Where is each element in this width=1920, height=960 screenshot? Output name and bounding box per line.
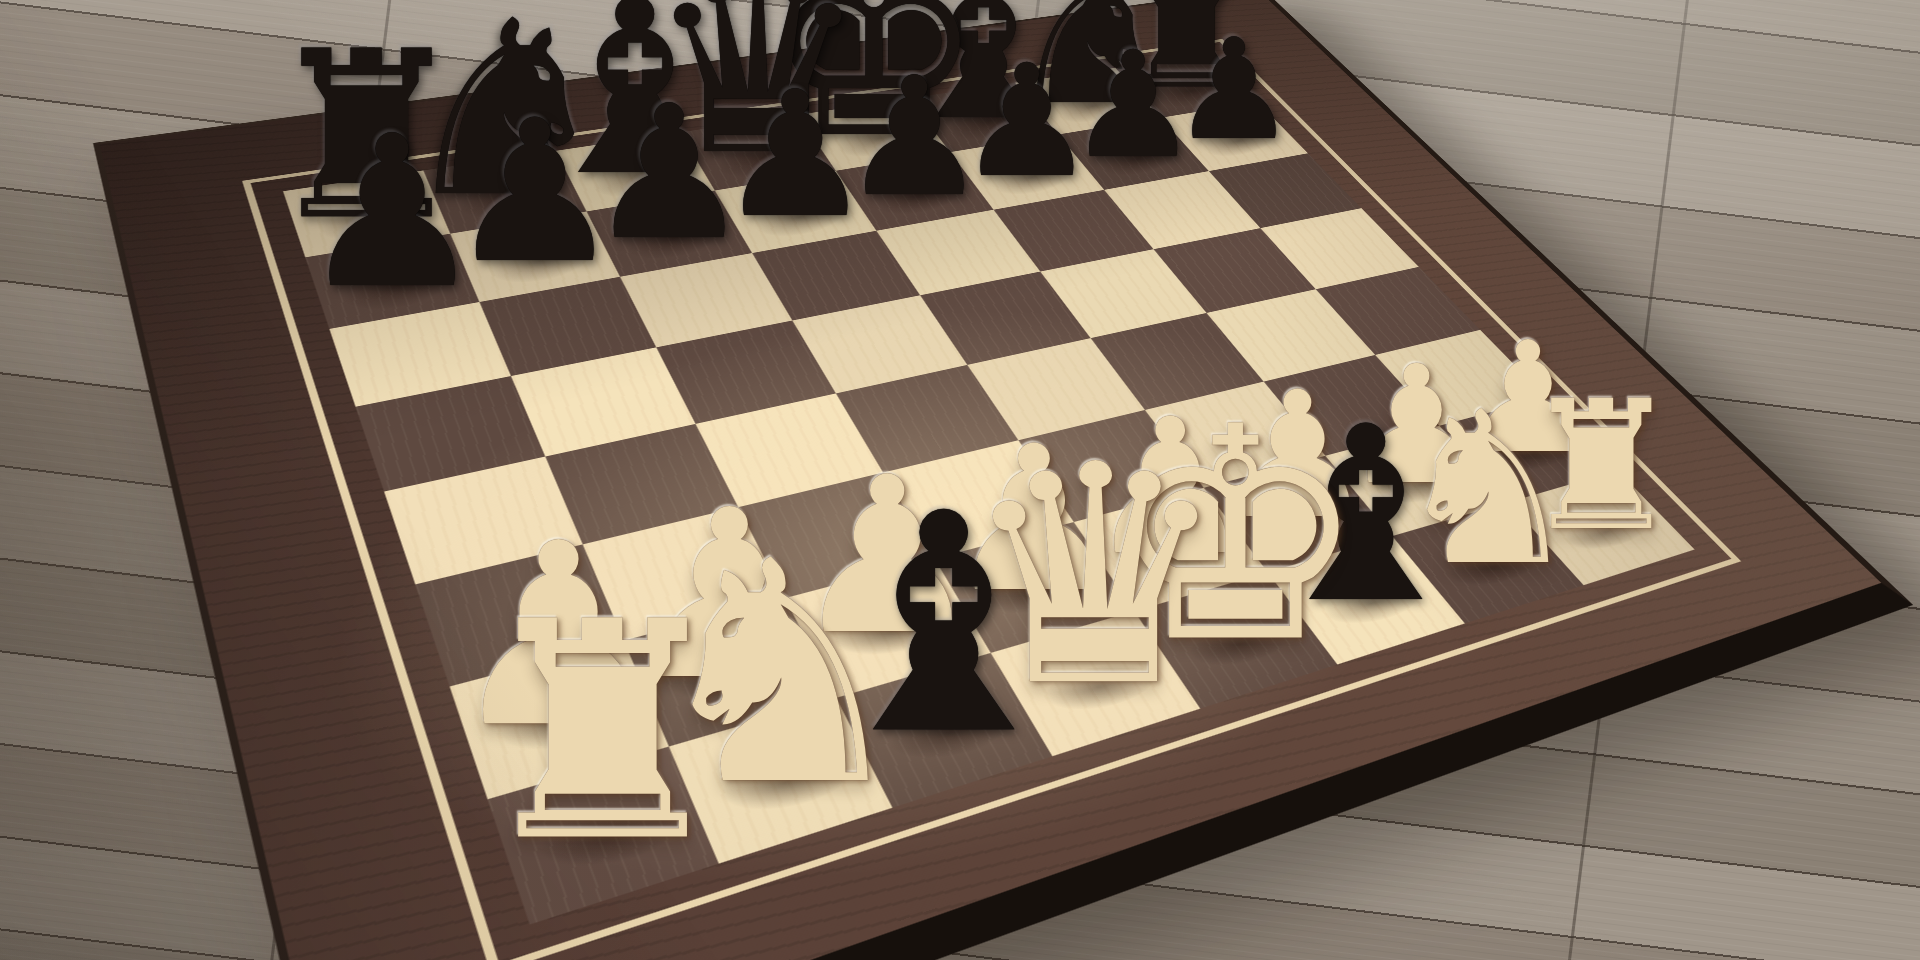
chess-photo-scene: ♜♞♝♛♚♝♞♜♟♟♟♟♟♟♟♟♟♟♟♟♟♟♟♟♜♞♝♛♚♝♞♜ xyxy=(0,0,1920,960)
black-pawn-a7[interactable]: ♟ xyxy=(298,108,486,317)
white-rook-a1[interactable]: ♜ xyxy=(468,583,737,883)
pieces-layer: ♜♞♝♛♚♝♞♜♟♟♟♟♟♟♟♟♟♟♟♟♟♟♟♟♜♞♝♛♚♝♞♜ xyxy=(0,0,1920,960)
